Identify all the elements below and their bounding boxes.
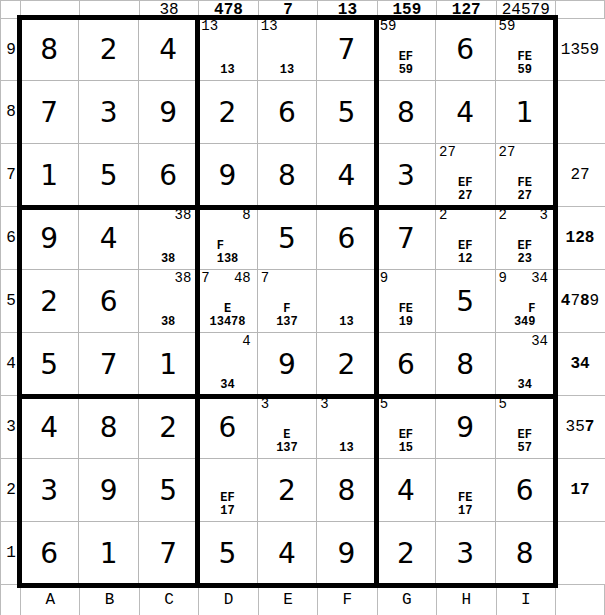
solved-digit: 8 [496, 522, 554, 584]
cell-C3[interactable]: 2 [139, 396, 198, 459]
cell-H5[interactable]: 5 [436, 270, 495, 333]
solved-digit: 3 [20, 459, 78, 521]
cell-A6[interactable]: 9 [20, 207, 79, 270]
cell-F1[interactable]: 9 [317, 522, 376, 585]
cell-B1[interactable]: 1 [79, 522, 138, 585]
cell-A1[interactable]: 6 [20, 522, 79, 585]
corner [0, 585, 20, 615]
cell-D7[interactable]: 9 [198, 144, 257, 207]
cell-G7[interactable]: 3 [377, 144, 436, 207]
chain-marks: F349 [496, 303, 554, 329]
solved-digit: 5 [198, 522, 256, 584]
solved-digit: 9 [20, 207, 78, 269]
cell-D1[interactable]: 5 [198, 522, 257, 585]
sudoku-grid: 82413131313759EF59659FE59739265841156984… [20, 18, 555, 585]
solved-digit: 8 [20, 18, 78, 80]
cell-E8[interactable]: 6 [258, 81, 317, 144]
candidate-marks: 2 [439, 208, 488, 222]
solved-digit: 5 [436, 270, 494, 332]
row-candidates-2: 17 [555, 459, 605, 522]
solved-digit: 9 [317, 522, 375, 584]
corner [555, 1, 605, 19]
solved-digit: 1 [20, 144, 78, 206]
cell-E7[interactable]: 8 [258, 144, 317, 207]
chain-marks: E 137 [258, 429, 316, 455]
cell-B6[interactable]: 4 [79, 207, 138, 270]
cell-D5[interactable]: 748 E 13478 [198, 270, 257, 333]
cell-I8[interactable]: 1 [496, 81, 555, 144]
cell-G3[interactable]: 5EF15 [377, 396, 436, 459]
col-label-E: E [258, 585, 317, 615]
solved-digit: 4 [20, 396, 78, 458]
cell-E4[interactable]: 9 [258, 333, 317, 396]
cell-I7[interactable]: 27FE27 [496, 144, 555, 207]
solved-digit: 2 [79, 18, 137, 80]
chain-marks: EF15 [377, 429, 435, 455]
candidate-marks: 27 [499, 145, 548, 159]
candidate-marks: 3 [261, 397, 310, 411]
solved-digit: 1 [139, 333, 197, 395]
solved-digit: 5 [139, 459, 197, 521]
candidate-marks: 5 [499, 397, 548, 411]
chain-marks: EF59 [377, 51, 435, 77]
chain-marks: 34 [496, 379, 554, 392]
column-labels: ABCDEFGHI [0, 585, 605, 615]
candidate-marks: 38 [142, 208, 191, 222]
row-candidates-7: 27 [555, 144, 605, 207]
cell-G6[interactable]: 7 [377, 207, 436, 270]
cell-H4[interactable]: 8 [436, 333, 495, 396]
solved-digit: 5 [317, 81, 375, 143]
candidate-marks: 23 [499, 208, 548, 222]
cell-E1[interactable]: 4 [258, 522, 317, 585]
chain-marks: EF27 [436, 177, 494, 203]
solved-digit: 6 [317, 207, 375, 269]
cell-G1[interactable]: 2 [377, 522, 436, 585]
solved-digit: 8 [79, 396, 137, 458]
cell-H1[interactable]: 3 [436, 522, 495, 585]
row-candidates-4: 34 [555, 333, 605, 396]
solved-digit: 7 [79, 333, 137, 395]
cell-E3[interactable]: 3 E 137 [258, 396, 317, 459]
solved-digit: 4 [317, 144, 375, 206]
candidate-marks: 13 [261, 19, 310, 33]
solved-digit: 9 [139, 81, 197, 143]
candidate-marks: 59 [380, 19, 429, 33]
cell-C8[interactable]: 9 [139, 81, 198, 144]
cell-H7[interactable]: 27EF27 [436, 144, 495, 207]
solved-digit: 4 [258, 522, 316, 584]
cell-B9[interactable]: 2 [79, 18, 138, 81]
cell-C1[interactable]: 7 [139, 522, 198, 585]
cell-H9[interactable]: 6 [436, 18, 495, 81]
solved-digit: 4 [436, 81, 494, 143]
cell-H2[interactable]: FE17 [436, 459, 495, 522]
row-candidates-5: 4789 [555, 270, 605, 333]
cell-I9[interactable]: 59FE59 [496, 18, 555, 81]
solved-digit: 6 [20, 522, 78, 584]
cell-I3[interactable]: 5EF57 [496, 396, 555, 459]
corner [555, 585, 605, 615]
solved-digit: 8 [436, 333, 494, 395]
cell-C7[interactable]: 6 [139, 144, 198, 207]
box-border-horizontal [17, 15, 558, 20]
cell-F4[interactable]: 2 [317, 333, 376, 396]
box-border-horizontal [17, 394, 558, 399]
cell-G9[interactable]: 59EF59 [377, 18, 436, 81]
cell-C2[interactable]: 5 [139, 459, 198, 522]
solved-digit: 1 [496, 81, 554, 143]
solved-digit: 6 [496, 459, 554, 521]
chain-marks: FE27 [496, 177, 554, 203]
cell-B7[interactable]: 5 [79, 144, 138, 207]
solved-digit: 8 [377, 81, 435, 143]
solved-digit: 2 [198, 81, 256, 143]
cell-I1[interactable]: 8 [496, 522, 555, 585]
chain-marks: EF17 [198, 492, 256, 518]
solved-digit: 3 [79, 81, 137, 143]
sudoku-assistant-screen: 3847871315912724579 987654321 1359271284… [0, 0, 605, 615]
box-border-horizontal [17, 583, 558, 588]
solved-digit: 9 [198, 144, 256, 206]
cell-F9[interactable]: 7 [317, 18, 376, 81]
solved-digit: 6 [436, 18, 494, 80]
cell-I2[interactable]: 6 [496, 459, 555, 522]
solved-digit: 3 [436, 522, 494, 584]
cell-F8[interactable]: 5 [317, 81, 376, 144]
col-label-H: H [436, 585, 495, 615]
chain-marks: F 138 [198, 240, 256, 266]
chain-marks: 38 [139, 316, 197, 329]
box-border-vertical [374, 15, 379, 588]
row-candidates-6: 128 [555, 207, 605, 270]
cell-G2[interactable]: 4 [377, 459, 436, 522]
chain-marks: EF12 [436, 240, 494, 266]
cell-I5[interactable]: 934 F349 [496, 270, 555, 333]
cell-B3[interactable]: 8 [79, 396, 138, 459]
solved-digit: 8 [258, 144, 316, 206]
col-label-F: F [317, 585, 376, 615]
cell-G5[interactable]: 9FE19 [377, 270, 436, 333]
solved-digit: 5 [20, 333, 78, 395]
chain-marks: 13 [317, 442, 375, 455]
cell-C4[interactable]: 1 [139, 333, 198, 396]
cell-F2[interactable]: 8 [317, 459, 376, 522]
col-label-I: I [496, 585, 555, 615]
solved-digit: 3 [377, 144, 435, 206]
chain-marks: 38 [139, 253, 197, 266]
cell-E9[interactable]: 1313 [258, 18, 317, 81]
cell-H6[interactable]: 2EF12 [436, 207, 495, 270]
solved-digit: 7 [139, 522, 197, 584]
solved-digit: 9 [258, 333, 316, 395]
col-label-B: B [79, 585, 138, 615]
solved-digit: 5 [258, 207, 316, 269]
chain-marks: FE59 [496, 51, 554, 77]
chain-marks: FE19 [377, 303, 435, 329]
candidate-marks: 4 [201, 334, 250, 348]
solved-digit: 2 [20, 270, 78, 332]
candidate-marks: 5 [380, 397, 429, 411]
solved-digit: 2 [377, 522, 435, 584]
cell-B2[interactable]: 9 [79, 459, 138, 522]
cell-H3[interactable]: 9 [436, 396, 495, 459]
candidate-marks: 59 [499, 19, 548, 33]
chain-marks: 13 [317, 316, 375, 329]
cell-E5[interactable]: 7 F 137 [258, 270, 317, 333]
cell-I4[interactable]: 3434 [496, 333, 555, 396]
col-label-G: G [377, 585, 436, 615]
row-candidates-3: 357 [555, 396, 605, 459]
candidate-marks: 3 [320, 397, 369, 411]
cell-F5[interactable]: 13 [317, 270, 376, 333]
cell-D4[interactable]: 434 [198, 333, 257, 396]
row-candidates-9: 1359 [555, 18, 605, 81]
candidate-marks: 13 [201, 19, 250, 33]
candidate-marks: 9 [380, 271, 429, 285]
row-candidates: 13592712847893435717 [555, 18, 605, 585]
candidate-marks: 7 [261, 271, 310, 285]
solved-digit: 8 [317, 459, 375, 521]
solved-digit: 4 [79, 207, 137, 269]
solved-digit: 7 [377, 207, 435, 269]
chain-marks: 34 [198, 379, 256, 392]
cell-A3[interactable]: 4 [20, 396, 79, 459]
solved-digit: 6 [139, 144, 197, 206]
solved-digit: 6 [377, 333, 435, 395]
cell-A4[interactable]: 5 [20, 333, 79, 396]
cell-B4[interactable]: 7 [79, 333, 138, 396]
cell-G8[interactable]: 8 [377, 81, 436, 144]
chain-marks: FE17 [436, 492, 494, 518]
col-label-C: C [139, 585, 198, 615]
cell-D2[interactable]: EF17 [198, 459, 257, 522]
box-border-vertical [553, 15, 558, 588]
cell-C9[interactable]: 4 [139, 18, 198, 81]
cell-F6[interactable]: 6 [317, 207, 376, 270]
chain-marks: 13 [198, 64, 256, 77]
cell-D8[interactable]: 2 [198, 81, 257, 144]
cell-G4[interactable]: 6 [377, 333, 436, 396]
solved-digit: 6 [198, 396, 256, 458]
solved-digit: 2 [317, 333, 375, 395]
candidate-marks: 38 [142, 271, 191, 285]
candidate-marks: 8 [201, 208, 250, 222]
row-candidates-8 [555, 81, 605, 144]
candidate-marks: 934 [499, 271, 548, 285]
cell-E6[interactable]: 5 [258, 207, 317, 270]
solved-digit: 4 [377, 459, 435, 521]
cell-B5[interactable]: 6 [79, 270, 138, 333]
solved-digit: 7 [20, 81, 78, 143]
cell-D3[interactable]: 6 [198, 396, 257, 459]
col-label-A: A [20, 585, 79, 615]
cell-D9[interactable]: 1313 [198, 18, 257, 81]
cell-A9[interactable]: 8 [20, 18, 79, 81]
chain-marks: 13 [258, 64, 316, 77]
cell-A2[interactable]: 3 [20, 459, 79, 522]
candidate-marks: 27 [439, 145, 488, 159]
cell-F7[interactable]: 4 [317, 144, 376, 207]
solved-digit: 5 [79, 144, 137, 206]
box-border-vertical [17, 15, 22, 588]
cell-A8[interactable]: 7 [20, 81, 79, 144]
cell-C6[interactable]: 3838 [139, 207, 198, 270]
chain-marks: EF57 [496, 429, 554, 455]
box-border-vertical [195, 15, 200, 588]
cell-I6[interactable]: 23EF23 [496, 207, 555, 270]
row-candidates-1 [555, 522, 605, 585]
box-border-horizontal [17, 205, 558, 210]
chain-marks: E 13478 [198, 303, 256, 329]
col-label-D: D [198, 585, 257, 615]
solved-digit: 6 [79, 270, 137, 332]
candidate-marks: 34 [499, 334, 548, 348]
cell-D6[interactable]: 8F 138 [198, 207, 257, 270]
cell-H8[interactable]: 4 [436, 81, 495, 144]
solved-digit: 9 [79, 459, 137, 521]
cell-A7[interactable]: 1 [20, 144, 79, 207]
chain-marks: EF23 [496, 240, 554, 266]
cell-C5[interactable]: 3838 [139, 270, 198, 333]
solved-digit: 2 [139, 396, 197, 458]
candidate-marks: 748 [201, 271, 250, 285]
solved-digit: 2 [258, 459, 316, 521]
solved-digit: 7 [317, 18, 375, 80]
chain-marks: F 137 [258, 303, 316, 329]
solved-digit: 9 [436, 396, 494, 458]
solved-digit: 6 [258, 81, 316, 143]
solved-digit: 4 [139, 18, 197, 80]
cell-A5[interactable]: 2 [20, 270, 79, 333]
cell-F3[interactable]: 313 [317, 396, 376, 459]
cell-E2[interactable]: 2 [258, 459, 317, 522]
solved-digit: 1 [79, 522, 137, 584]
cell-B8[interactable]: 3 [79, 81, 138, 144]
